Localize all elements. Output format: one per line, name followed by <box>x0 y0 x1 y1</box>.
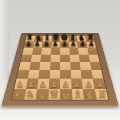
white-rook[interactable]: ♜ <box>13 90 23 100</box>
square-h4[interactable] <box>90 62 102 70</box>
black-pawn[interactable]: ♟ <box>34 41 40 47</box>
square-h3[interactable] <box>91 70 103 79</box>
square-d6[interactable] <box>51 48 60 55</box>
square-h1[interactable]: ♜ <box>94 89 108 100</box>
square-d5[interactable] <box>50 54 60 61</box>
white-rook[interactable]: ♜ <box>98 90 108 100</box>
square-e4[interactable] <box>60 62 70 70</box>
board-grid: ♜♞♝♛♚♝♞♜♟♟♟♟♟♟♟♟♟♟♟♟♟♟♟♟♜♞♝♛♚♝♞♜ <box>12 36 109 100</box>
square-c3[interactable] <box>38 70 49 79</box>
white-knight[interactable]: ♞ <box>25 90 35 100</box>
white-knight[interactable]: ♞ <box>85 90 95 100</box>
white-bishop[interactable]: ♝ <box>73 89 83 100</box>
square-g7[interactable]: ♟ <box>77 41 87 47</box>
square-g1[interactable]: ♞ <box>83 89 96 100</box>
white-bishop[interactable]: ♝ <box>37 89 47 100</box>
black-pawn[interactable]: ♟ <box>79 41 85 47</box>
black-pawn[interactable]: ♟ <box>88 41 94 47</box>
black-pawn[interactable]: ♟ <box>43 41 49 47</box>
square-c6[interactable] <box>41 48 51 55</box>
wall-edge <box>0 0 9 80</box>
square-e5[interactable] <box>60 54 70 61</box>
black-pawn[interactable]: ♟ <box>61 41 67 47</box>
square-c1[interactable]: ♝ <box>36 89 49 100</box>
black-pawn[interactable]: ♟ <box>52 41 58 47</box>
square-e7[interactable]: ♟ <box>60 41 69 47</box>
black-pawn[interactable]: ♟ <box>25 41 31 47</box>
square-e1[interactable]: ♚ <box>60 89 72 100</box>
square-d4[interactable] <box>50 62 60 70</box>
square-c5[interactable] <box>40 54 50 61</box>
square-c4[interactable] <box>39 62 50 70</box>
square-h7[interactable]: ♟ <box>86 41 96 47</box>
photo-background: ♜♞♝♛♚♝♞♜♟♟♟♟♟♟♟♟♟♟♟♟♟♟♟♟♜♞♝♛♚♝♞♜ <box>0 0 120 120</box>
square-d3[interactable] <box>49 70 60 79</box>
square-e3[interactable] <box>60 70 71 79</box>
chess-board: ♜♞♝♛♚♝♞♜♟♟♟♟♟♟♟♟♟♟♟♟♟♟♟♟♜♞♝♛♚♝♞♜ <box>1 33 119 107</box>
square-f1[interactable]: ♝ <box>71 89 84 100</box>
square-b1[interactable]: ♞ <box>24 89 37 100</box>
square-h5[interactable] <box>88 54 99 61</box>
white-queen[interactable]: ♛ <box>48 88 59 100</box>
square-d1[interactable]: ♛ <box>48 89 60 100</box>
square-h6[interactable] <box>87 48 98 55</box>
square-e6[interactable] <box>60 48 69 55</box>
white-king[interactable]: ♚ <box>60 88 72 100</box>
table-surface <box>0 106 120 120</box>
black-pawn[interactable]: ♟ <box>70 41 76 47</box>
